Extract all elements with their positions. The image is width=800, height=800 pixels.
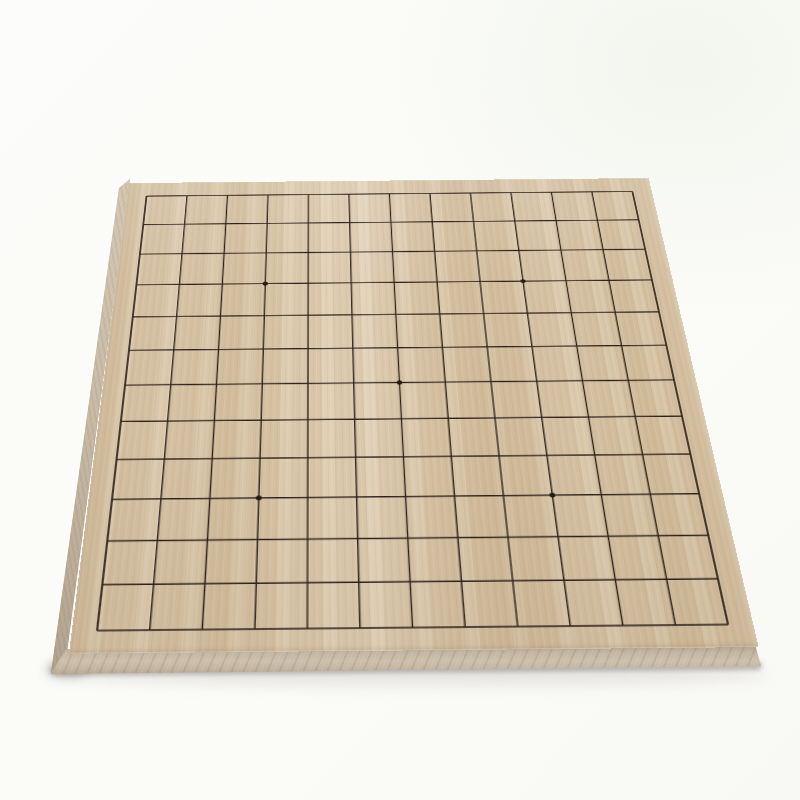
star-points: [256, 279, 556, 500]
star-point: [263, 282, 268, 286]
star-point: [549, 493, 555, 498]
star-point: [397, 380, 403, 384]
product-photo-stage: [0, 0, 800, 800]
star-point: [520, 279, 526, 283]
board-grid: [69, 178, 759, 654]
grid-lines: [97, 191, 728, 630]
go-board[interactable]: [69, 178, 759, 654]
star-point: [256, 496, 262, 501]
